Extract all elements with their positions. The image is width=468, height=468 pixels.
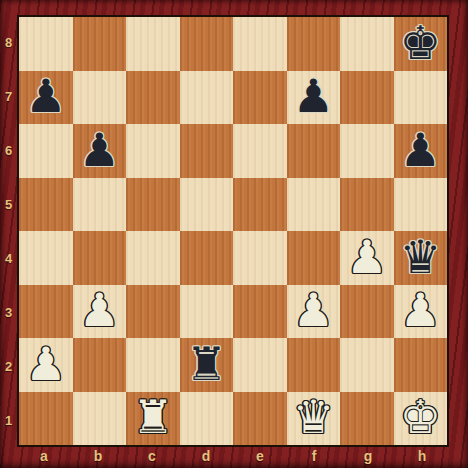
square-h4[interactable]: ♛ [394, 231, 448, 285]
square-c1[interactable]: ♜ [126, 392, 180, 446]
square-b7[interactable] [73, 71, 127, 125]
black-king-h8[interactable]: ♚ [400, 20, 441, 66]
square-c6[interactable] [126, 124, 180, 178]
square-f5[interactable] [287, 178, 341, 232]
file-label-a: a [17, 447, 71, 468]
square-b2[interactable] [73, 338, 127, 392]
black-pawn-b6[interactable]: ♟ [79, 127, 120, 173]
black-pawn-f7[interactable]: ♟ [293, 73, 334, 119]
square-d6[interactable] [180, 124, 234, 178]
square-f2[interactable] [287, 338, 341, 392]
square-c7[interactable] [126, 71, 180, 125]
file-label-e: e [233, 447, 287, 468]
file-label-b: b [71, 447, 125, 468]
rank-label-6: 6 [0, 123, 17, 177]
file-label-g: g [341, 447, 395, 468]
square-d1[interactable] [180, 392, 234, 446]
square-h5[interactable] [394, 178, 448, 232]
square-b5[interactable] [73, 178, 127, 232]
square-h3[interactable]: ♟ [394, 285, 448, 339]
file-label-f: f [287, 447, 341, 468]
square-a1[interactable] [19, 392, 73, 446]
square-b6[interactable]: ♟ [73, 124, 127, 178]
square-f1[interactable]: ♛ [287, 392, 341, 446]
square-g8[interactable] [340, 17, 394, 71]
rank-labels: 87654321 [0, 15, 17, 447]
square-d2[interactable]: ♜ [180, 338, 234, 392]
rank-label-8: 8 [0, 15, 17, 69]
square-e8[interactable] [233, 17, 287, 71]
black-pawn-h6[interactable]: ♟ [400, 127, 441, 173]
square-f4[interactable] [287, 231, 341, 285]
square-e4[interactable] [233, 231, 287, 285]
square-f8[interactable] [287, 17, 341, 71]
square-c5[interactable] [126, 178, 180, 232]
square-f7[interactable]: ♟ [287, 71, 341, 125]
rank-label-3: 3 [0, 285, 17, 339]
square-d7[interactable] [180, 71, 234, 125]
square-b4[interactable] [73, 231, 127, 285]
square-c4[interactable] [126, 231, 180, 285]
square-c8[interactable] [126, 17, 180, 71]
white-pawn-g4[interactable]: ♟ [346, 234, 387, 280]
square-d3[interactable] [180, 285, 234, 339]
white-king-h1[interactable]: ♚ [400, 394, 441, 440]
square-c3[interactable] [126, 285, 180, 339]
square-e3[interactable] [233, 285, 287, 339]
square-g4[interactable]: ♟ [340, 231, 394, 285]
white-pawn-a2[interactable]: ♟ [25, 341, 66, 387]
square-b1[interactable] [73, 392, 127, 446]
white-queen-f1[interactable]: ♛ [293, 394, 334, 440]
square-b8[interactable] [73, 17, 127, 71]
square-d5[interactable] [180, 178, 234, 232]
square-g6[interactable] [340, 124, 394, 178]
square-g7[interactable] [340, 71, 394, 125]
rank-label-1: 1 [0, 393, 17, 447]
square-g1[interactable] [340, 392, 394, 446]
rank-label-5: 5 [0, 177, 17, 231]
square-e7[interactable] [233, 71, 287, 125]
square-a6[interactable] [19, 124, 73, 178]
file-label-d: d [179, 447, 233, 468]
file-label-h: h [395, 447, 449, 468]
chess-board[interactable]: ♚♟♟♟♟♟♛♟♟♟♟♜♜♛♚ [17, 15, 449, 447]
white-pawn-h3[interactable]: ♟ [400, 287, 441, 333]
square-g2[interactable] [340, 338, 394, 392]
square-a8[interactable] [19, 17, 73, 71]
black-pawn-a7[interactable]: ♟ [25, 73, 66, 119]
black-rook-d2[interactable]: ♜ [186, 341, 227, 387]
square-d8[interactable] [180, 17, 234, 71]
square-h7[interactable] [394, 71, 448, 125]
square-e2[interactable] [233, 338, 287, 392]
file-label-c: c [125, 447, 179, 468]
square-c2[interactable] [126, 338, 180, 392]
square-e6[interactable] [233, 124, 287, 178]
square-h1[interactable]: ♚ [394, 392, 448, 446]
square-a5[interactable] [19, 178, 73, 232]
rank-label-4: 4 [0, 231, 17, 285]
square-h6[interactable]: ♟ [394, 124, 448, 178]
square-d4[interactable] [180, 231, 234, 285]
square-a2[interactable]: ♟ [19, 338, 73, 392]
square-f6[interactable] [287, 124, 341, 178]
square-a7[interactable]: ♟ [19, 71, 73, 125]
white-rook-c1[interactable]: ♜ [132, 394, 173, 440]
rank-label-2: 2 [0, 339, 17, 393]
white-pawn-b3[interactable]: ♟ [79, 287, 120, 333]
rank-label-7: 7 [0, 69, 17, 123]
file-labels: abcdefgh [17, 447, 449, 468]
square-e1[interactable] [233, 392, 287, 446]
square-f3[interactable]: ♟ [287, 285, 341, 339]
black-queen-h4[interactable]: ♛ [400, 234, 441, 280]
square-g5[interactable] [340, 178, 394, 232]
square-b3[interactable]: ♟ [73, 285, 127, 339]
square-g3[interactable] [340, 285, 394, 339]
square-e5[interactable] [233, 178, 287, 232]
square-h2[interactable] [394, 338, 448, 392]
square-h8[interactable]: ♚ [394, 17, 448, 71]
white-pawn-f3[interactable]: ♟ [293, 287, 334, 333]
chess-board-frame: 87654321 ♚♟♟♟♟♟♛♟♟♟♟♜♜♛♚ abcdefgh [0, 0, 468, 468]
square-a3[interactable] [19, 285, 73, 339]
square-a4[interactable] [19, 231, 73, 285]
